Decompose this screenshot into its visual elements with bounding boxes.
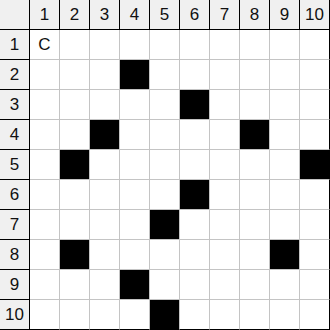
- cell-r2-c6[interactable]: [180, 60, 210, 90]
- cell-r1-c6[interactable]: [180, 30, 210, 60]
- col-header-7: 7: [210, 0, 240, 30]
- cell-r4-c4[interactable]: [120, 120, 150, 150]
- cell-r1-c7[interactable]: [210, 30, 240, 60]
- cell-r9-c6[interactable]: [180, 270, 210, 300]
- cell-r7-c3[interactable]: [90, 210, 120, 240]
- black-cell-r8-c2[interactable]: [60, 240, 90, 270]
- cell-r5-c9[interactable]: [270, 150, 300, 180]
- col-header-6: 6: [180, 0, 210, 30]
- cell-r2-c10[interactable]: [300, 60, 330, 90]
- black-cell-r7-c5[interactable]: [150, 210, 180, 240]
- cell-r3-c2[interactable]: [60, 90, 90, 120]
- cell-r7-c4[interactable]: [120, 210, 150, 240]
- col-header-4: 4: [120, 0, 150, 30]
- black-cell-r6-c6[interactable]: [180, 180, 210, 210]
- cell-r7-c1[interactable]: [30, 210, 60, 240]
- cell-r6-c8[interactable]: [240, 180, 270, 210]
- cell-r2-c8[interactable]: [240, 60, 270, 90]
- cell-r10-c10[interactable]: [300, 300, 330, 330]
- black-cell-r5-c2[interactable]: [60, 150, 90, 180]
- cell-r5-c8[interactable]: [240, 150, 270, 180]
- cell-r6-c9[interactable]: [270, 180, 300, 210]
- cell-r9-c10[interactable]: [300, 270, 330, 300]
- cell-r4-c10[interactable]: [300, 120, 330, 150]
- cell-r4-c1[interactable]: [30, 120, 60, 150]
- cell-r2-c2[interactable]: [60, 60, 90, 90]
- row-header-4: 4: [0, 120, 30, 150]
- cell-r9-c5[interactable]: [150, 270, 180, 300]
- cell-r5-c5[interactable]: [150, 150, 180, 180]
- row-header-6: 6: [0, 180, 30, 210]
- cell-r2-c7[interactable]: [210, 60, 240, 90]
- black-cell-r4-c8[interactable]: [240, 120, 270, 150]
- cell-r1-c2[interactable]: [60, 30, 90, 60]
- row-header-8: 8: [0, 240, 30, 270]
- cell-r8-c4[interactable]: [120, 240, 150, 270]
- col-header-10: 10: [300, 0, 330, 30]
- cell-r6-c2[interactable]: [60, 180, 90, 210]
- puzzle-board: 123456789101C2345678910: [0, 0, 330, 330]
- cell-r8-c7[interactable]: [210, 240, 240, 270]
- cell-r3-c5[interactable]: [150, 90, 180, 120]
- cell-r8-c5[interactable]: [150, 240, 180, 270]
- cell-r8-c3[interactable]: [90, 240, 120, 270]
- cell-r7-c8[interactable]: [240, 210, 270, 240]
- cell-r3-c8[interactable]: [240, 90, 270, 120]
- row-header-3: 3: [0, 90, 30, 120]
- black-cell-r10-c5[interactable]: [150, 300, 180, 330]
- cell-r10-c2[interactable]: [60, 300, 90, 330]
- cell-r9-c2[interactable]: [60, 270, 90, 300]
- cell-r4-c7[interactable]: [210, 120, 240, 150]
- cell-r6-c5[interactable]: [150, 180, 180, 210]
- cell-r8-c6[interactable]: [180, 240, 210, 270]
- black-cell-r8-c9[interactable]: [270, 240, 300, 270]
- cell-r3-c1[interactable]: [30, 90, 60, 120]
- cell-r3-c9[interactable]: [270, 90, 300, 120]
- col-header-2: 2: [60, 0, 90, 30]
- cell-r3-c3[interactable]: [90, 90, 120, 120]
- cell-r3-c4[interactable]: [120, 90, 150, 120]
- black-cell-r2-c4[interactable]: [120, 60, 150, 90]
- cell-r1-c4[interactable]: [120, 30, 150, 60]
- cell-r9-c3[interactable]: [90, 270, 120, 300]
- cell-r5-c4[interactable]: [120, 150, 150, 180]
- row-header-10: 10: [0, 300, 30, 330]
- cell-r10-c3[interactable]: [90, 300, 120, 330]
- col-header-1: 1: [30, 0, 60, 30]
- cell-r1-c5[interactable]: [150, 30, 180, 60]
- cell-r5-c7[interactable]: [210, 150, 240, 180]
- cell-r2-c3[interactable]: [90, 60, 120, 90]
- cell-r7-c7[interactable]: [210, 210, 240, 240]
- cell-r6-c1[interactable]: [30, 180, 60, 210]
- cell-r7-c6[interactable]: [180, 210, 210, 240]
- cell-r4-c9[interactable]: [270, 120, 300, 150]
- cell-r10-c8[interactable]: [240, 300, 270, 330]
- col-header-8: 8: [240, 0, 270, 30]
- cell-r4-c6[interactable]: [180, 120, 210, 150]
- cell-r1-c10[interactable]: [300, 30, 330, 60]
- col-header-5: 5: [150, 0, 180, 30]
- black-cell-r3-c6[interactable]: [180, 90, 210, 120]
- cell-r8-c1[interactable]: [30, 240, 60, 270]
- cell-r1-c9[interactable]: [270, 30, 300, 60]
- cell-r2-c5[interactable]: [150, 60, 180, 90]
- cell-r8-c10[interactable]: [300, 240, 330, 270]
- cell-r9-c9[interactable]: [270, 270, 300, 300]
- cell-r5-c6[interactable]: [180, 150, 210, 180]
- cell-letter: C: [38, 36, 50, 53]
- row-header-1: 1: [0, 30, 30, 60]
- black-cell-r9-c4[interactable]: [120, 270, 150, 300]
- cell-r9-c8[interactable]: [240, 270, 270, 300]
- cell-r6-c3[interactable]: [90, 180, 120, 210]
- cell-r3-c10[interactable]: [300, 90, 330, 120]
- row-header-2: 2: [0, 60, 30, 90]
- cell-r5-c1[interactable]: [30, 150, 60, 180]
- cell-r9-c7[interactable]: [210, 270, 240, 300]
- cell-r3-c7[interactable]: [210, 90, 240, 120]
- cell-r4-c2[interactable]: [60, 120, 90, 150]
- cell-r8-c8[interactable]: [240, 240, 270, 270]
- row-header-5: 5: [0, 150, 30, 180]
- cell-r7-c9[interactable]: [270, 210, 300, 240]
- cell-r10-c6[interactable]: [180, 300, 210, 330]
- cell-r6-c7[interactable]: [210, 180, 240, 210]
- cell-r2-c1[interactable]: [30, 60, 60, 90]
- row-header-9: 9: [0, 270, 30, 300]
- col-header-3: 3: [90, 0, 120, 30]
- cell-r1-c3[interactable]: [90, 30, 120, 60]
- cell-r7-c10[interactable]: [300, 210, 330, 240]
- col-header-9: 9: [270, 0, 300, 30]
- cell-r6-c10[interactable]: [300, 180, 330, 210]
- cell-r7-c2[interactable]: [60, 210, 90, 240]
- cell-r10-c7[interactable]: [210, 300, 240, 330]
- cell-r10-c1[interactable]: [30, 300, 60, 330]
- corner-cell: [0, 0, 30, 30]
- black-cell-r5-c10[interactable]: [300, 150, 330, 180]
- cell-r1-c8[interactable]: [240, 30, 270, 60]
- cell-r5-c3[interactable]: [90, 150, 120, 180]
- cell-r1-c1[interactable]: C: [30, 30, 60, 60]
- cell-r10-c9[interactable]: [270, 300, 300, 330]
- black-cell-r4-c3[interactable]: [90, 120, 120, 150]
- cell-r9-c1[interactable]: [30, 270, 60, 300]
- cell-r10-c4[interactable]: [120, 300, 150, 330]
- cell-r4-c5[interactable]: [150, 120, 180, 150]
- cell-r6-c4[interactable]: [120, 180, 150, 210]
- cell-r2-c9[interactable]: [270, 60, 300, 90]
- row-header-7: 7: [0, 210, 30, 240]
